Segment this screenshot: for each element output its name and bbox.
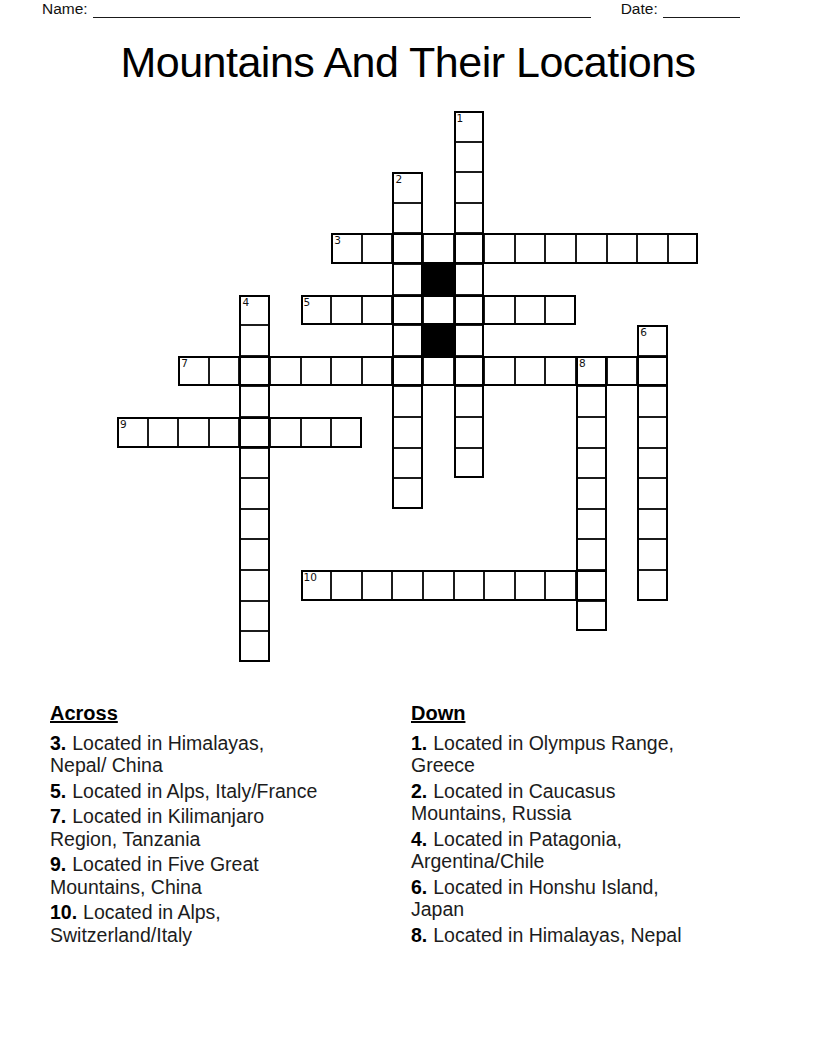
grid-cell[interactable]: 10 [301,570,332,601]
down-column: Down 1.Located in Olympus Range, Greece2… [411,702,761,949]
clue-text: Located in Caucasus Mountains, Russia [411,780,615,825]
grid-cell[interactable] [239,601,270,632]
grid-cell[interactable] [576,417,607,448]
clue-item: 10.Located in Alps, Switzerland/Italy [50,901,395,946]
date-input-line[interactable] [663,3,740,18]
grid-cell[interactable] [576,539,607,570]
grid-cell[interactable] [392,448,423,479]
grid-cell[interactable] [392,478,423,509]
grid-cell[interactable] [331,417,362,448]
grid-cell[interactable] [423,295,454,326]
grid-cell[interactable] [239,356,270,387]
clue-number: 9 [120,418,127,430]
clue-text: Located in Himalayas, Nepal/ China [50,732,264,777]
worksheet-page: Name: Date: Mountains And Their Location… [0,0,816,1056]
grid-cell[interactable] [392,233,423,264]
across-column: Across 3.Located in Himalayas, Nepal/ Ch… [50,702,395,949]
grid-cell[interactable] [545,570,576,601]
grid-cell[interactable] [515,233,546,264]
grid-cell[interactable] [148,417,179,448]
grid-cell[interactable] [668,233,699,264]
grid-cell[interactable] [637,356,668,387]
grid-cell[interactable] [362,570,393,601]
grid-cell[interactable] [576,601,607,632]
grid-cell[interactable] [270,356,301,387]
grid-cell[interactable] [362,295,393,326]
clue-number: 7 [181,357,188,369]
clue-num: 2. [411,780,427,802]
grid-cell[interactable]: 5 [301,295,332,326]
grid-cell[interactable] [454,172,485,203]
crossword-grid: 12345678910 [117,111,699,662]
grid-cell[interactable] [239,539,270,570]
down-header: Down [411,702,761,725]
name-label: Name: [42,0,88,18]
grid-cell[interactable] [484,295,515,326]
clue-number: 4 [242,296,249,308]
across-header: Across [50,702,395,725]
clue-num: 7. [50,805,66,827]
grid-cell[interactable] [515,356,546,387]
grid-cell[interactable] [331,356,362,387]
grid-cell[interactable] [484,233,515,264]
date-label: Date: [621,0,658,18]
grid-cell[interactable] [362,356,393,387]
clue-item: 7.Located in Kilimanjaro Region, Tanzani… [50,805,395,850]
grid-cell[interactable] [270,417,301,448]
page-title: Mountains And Their Locations [0,38,816,87]
grid-cell[interactable] [576,233,607,264]
grid-cell[interactable] [392,203,423,234]
grid-cell[interactable] [637,386,668,417]
grid-cell[interactable] [576,386,607,417]
grid-cell[interactable] [637,570,668,601]
grid-cell[interactable] [239,570,270,601]
grid-cell[interactable] [239,631,270,662]
clue-number: 2 [395,173,402,185]
grid-cell[interactable] [392,386,423,417]
grid-cell[interactable] [454,448,485,479]
clue-number: 1 [457,112,464,124]
clue-item: 3.Located in Himalayas, Nepal/ China [50,732,395,777]
grid-cell[interactable] [576,448,607,479]
grid-cell[interactable] [637,417,668,448]
grid-cell[interactable] [576,509,607,540]
grid-cell[interactable] [454,356,485,387]
grid-cell[interactable]: 3 [331,233,362,264]
grid-cell[interactable] [454,386,485,417]
grid-cell[interactable] [392,264,423,295]
grid-cell[interactable] [454,325,485,356]
grid-cell[interactable] [607,233,638,264]
clue-number: 6 [640,326,647,338]
grid-cell[interactable] [454,142,485,173]
clue-number: 5 [304,296,311,308]
clue-item: 2.Located in Caucasus Mountains, Russia [411,780,761,825]
grid-cell[interactable] [637,448,668,479]
clue-text: Located in Himalayas, Nepal [433,924,681,946]
grid-cell[interactable] [239,386,270,417]
clue-item: 6.Located in Honshu Island, Japan [411,876,761,921]
clue-item: 5.Located in Alps, Italy/France [50,780,395,803]
grid-cell[interactable] [362,233,393,264]
grid-cell[interactable]: 1 [454,111,485,142]
grid-cell[interactable]: 6 [637,325,668,356]
grid-cell[interactable] [454,570,485,601]
grid-cell[interactable] [637,539,668,570]
grid-cell[interactable] [484,570,515,601]
clue-text: Located in Honshu Island, Japan [411,876,659,921]
clue-number: 8 [579,357,586,369]
grid-cell[interactable] [637,233,668,264]
grid-cell[interactable] [301,417,332,448]
down-clue-list: 1.Located in Olympus Range, Greece2.Loca… [411,732,761,947]
name-date-row: Name: Date: [42,0,740,18]
grid-cell[interactable] [392,417,423,448]
grid-cell[interactable] [423,356,454,387]
grid-cell[interactable] [607,356,638,387]
grid-cell[interactable] [515,570,546,601]
grid-cell[interactable]: 4 [239,295,270,326]
clue-text: Located in Alps, Italy/France [72,780,317,802]
clue-text: Located in Five Great Mountains, China [50,853,259,898]
clue-num: 3. [50,732,66,754]
grid-cell[interactable] [178,417,209,448]
grid-cell[interactable] [545,295,576,326]
clue-text: Located in Patagonia, Argentina/Chile [411,828,622,873]
clue-num: 4. [411,828,427,850]
clue-num: 9. [50,853,66,875]
grid-cell[interactable] [637,509,668,540]
grid-cell[interactable]: 9 [117,417,148,448]
grid-cell[interactable] [484,356,515,387]
clue-num: 6. [411,876,427,898]
grid-cell[interactable] [239,478,270,509]
name-input-line[interactable] [93,3,591,18]
grid-cell[interactable] [392,325,423,356]
grid-cell[interactable] [209,356,240,387]
clue-num: 1. [411,732,427,754]
grid-cell[interactable] [331,570,362,601]
clue-number: 10 [304,571,317,583]
black-cell [423,264,454,295]
grid-cell[interactable] [239,448,270,479]
grid-cell[interactable]: 8 [576,356,607,387]
grid-cell[interactable] [392,356,423,387]
clue-num: 8. [411,924,427,946]
grid-cell[interactable] [423,233,454,264]
grid-cell[interactable] [239,325,270,356]
grid-cell[interactable] [209,417,240,448]
grid-cell[interactable] [637,478,668,509]
clue-item: 4.Located in Patagonia, Argentina/Chile [411,828,761,873]
grid-cell[interactable] [392,570,423,601]
grid-cell[interactable] [454,295,485,326]
grid-cell[interactable]: 7 [178,356,209,387]
grid-cell[interactable] [545,233,576,264]
grid-cell[interactable] [515,295,546,326]
clue-item: 1.Located in Olympus Range, Greece [411,732,761,777]
clue-text: Located in Kilimanjaro Region, Tanzania [50,805,264,850]
across-clue-list: 3.Located in Himalayas, Nepal/ China5.Lo… [50,732,395,947]
grid-cell[interactable] [301,356,332,387]
grid-cell[interactable] [454,203,485,234]
grid-cell[interactable] [454,233,485,264]
grid-cell[interactable] [576,478,607,509]
black-cell [423,325,454,356]
grid-cell[interactable] [239,417,270,448]
grid-cell[interactable] [576,570,607,601]
clue-num: 10. [50,901,77,923]
grid-cell[interactable] [331,295,362,326]
clue-number: 3 [334,234,341,246]
grid-cell[interactable] [392,295,423,326]
grid-cell[interactable] [454,264,485,295]
clue-text: Located in Olympus Range, Greece [411,732,674,777]
grid-cell[interactable] [454,417,485,448]
grid-cell[interactable]: 2 [392,172,423,203]
clue-item: 8.Located in Himalayas, Nepal [411,924,761,947]
grid-cell[interactable] [423,570,454,601]
clue-item: 9.Located in Five Great Mountains, China [50,853,395,898]
clue-num: 5. [50,780,66,802]
grid-cell[interactable] [239,509,270,540]
grid-cell[interactable] [545,356,576,387]
